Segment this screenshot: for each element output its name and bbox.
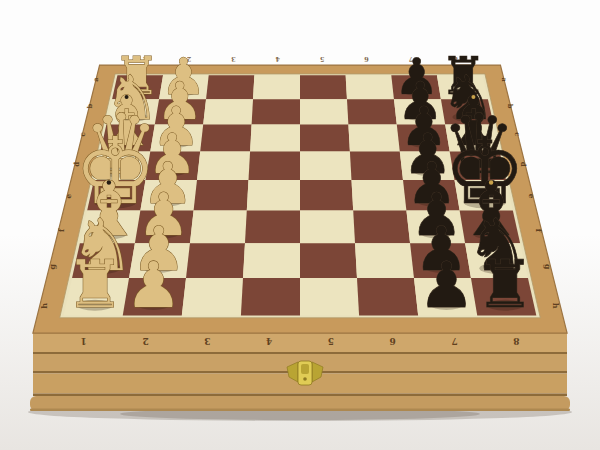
rank-label-front-3: 3 [204, 336, 210, 346]
square-e3[interactable] [194, 180, 249, 211]
square-e4[interactable] [247, 180, 300, 211]
square-c6[interactable] [348, 124, 399, 151]
clasp-keyhole [303, 377, 307, 381]
chess-set-photo: aabbccddeeffgghh1122334455667788♜♟♟♜♞♟♟♞… [0, 0, 600, 450]
square-b4[interactable] [252, 99, 300, 124]
rank-label-back-3: 3 [231, 55, 236, 63]
square-g6[interactable] [355, 243, 414, 278]
piece-glyph: ♜ [476, 246, 535, 322]
rank-label-front-4: 4 [266, 336, 272, 346]
piece-black-pawn-h7[interactable]: ♟ [418, 248, 475, 322]
square-f4[interactable] [245, 211, 300, 244]
piece-glyph: ♜ [66, 246, 125, 322]
square-f3[interactable] [190, 211, 247, 244]
piece-white-rook-h1[interactable]: ♜ [66, 246, 125, 322]
square-a4[interactable] [253, 75, 300, 99]
square-e5[interactable] [300, 180, 353, 211]
square-h5[interactable] [300, 278, 359, 315]
file-label-right-g: g [543, 264, 552, 270]
square-c5[interactable] [300, 124, 350, 151]
rank-label-back-4: 4 [275, 55, 280, 63]
piece-white-pawn-h2[interactable]: ♟ [125, 248, 182, 322]
rank-label-front-2: 2 [142, 336, 148, 346]
square-d6[interactable] [350, 151, 403, 180]
bishop-finial [489, 180, 493, 184]
square-c3[interactable] [200, 124, 251, 151]
square-g4[interactable] [243, 243, 300, 278]
box-front-band-1 [33, 352, 567, 354]
square-b6[interactable] [347, 99, 397, 124]
rank-label-front-8: 8 [513, 336, 519, 346]
chessboard-scene: aabbccddeeffgghh1122334455667788♜♟♟♜♞♟♟♞… [0, 0, 600, 450]
piece-glyph: ♟ [418, 248, 475, 322]
square-g5[interactable] [300, 243, 357, 278]
square-d3[interactable] [197, 151, 250, 180]
square-h4[interactable] [241, 278, 300, 315]
square-a6[interactable] [346, 75, 394, 99]
square-d5[interactable] [300, 151, 352, 180]
file-label-left-g: g [48, 263, 57, 269]
square-f5[interactable] [300, 211, 355, 244]
piece-glyph: ♟ [125, 248, 182, 322]
box-base-edge [30, 409, 570, 412]
bishop-finial [107, 180, 111, 184]
rank-label-front-1: 1 [81, 336, 87, 346]
file-label-left-h: h [39, 303, 49, 309]
rank-label-front-6: 6 [390, 336, 396, 346]
file-label-right-e: e [527, 194, 536, 199]
square-c4[interactable] [250, 124, 300, 151]
box-front-band-0 [33, 333, 567, 352]
square-d4[interactable] [249, 151, 301, 180]
square-a5[interactable] [300, 75, 347, 99]
square-g3[interactable] [186, 243, 245, 278]
file-label-right-h: h [551, 303, 561, 309]
rank-label-back-6: 6 [364, 55, 369, 63]
file-label-left-e: e [64, 194, 73, 199]
square-f6[interactable] [353, 211, 410, 244]
box-front-band-5 [33, 394, 567, 397]
rank-label-front-7: 7 [451, 336, 457, 346]
square-a3[interactable] [206, 75, 254, 99]
square-b5[interactable] [300, 99, 348, 124]
square-b3[interactable] [203, 99, 253, 124]
square-h3[interactable] [182, 278, 243, 315]
square-h6[interactable] [357, 278, 418, 315]
rank-label-front-5: 5 [328, 336, 334, 346]
piece-black-rook-h8[interactable]: ♜ [476, 246, 535, 322]
clasp-plate [301, 364, 309, 374]
rank-label-back-5: 5 [319, 55, 324, 63]
square-e6[interactable] [352, 180, 407, 211]
